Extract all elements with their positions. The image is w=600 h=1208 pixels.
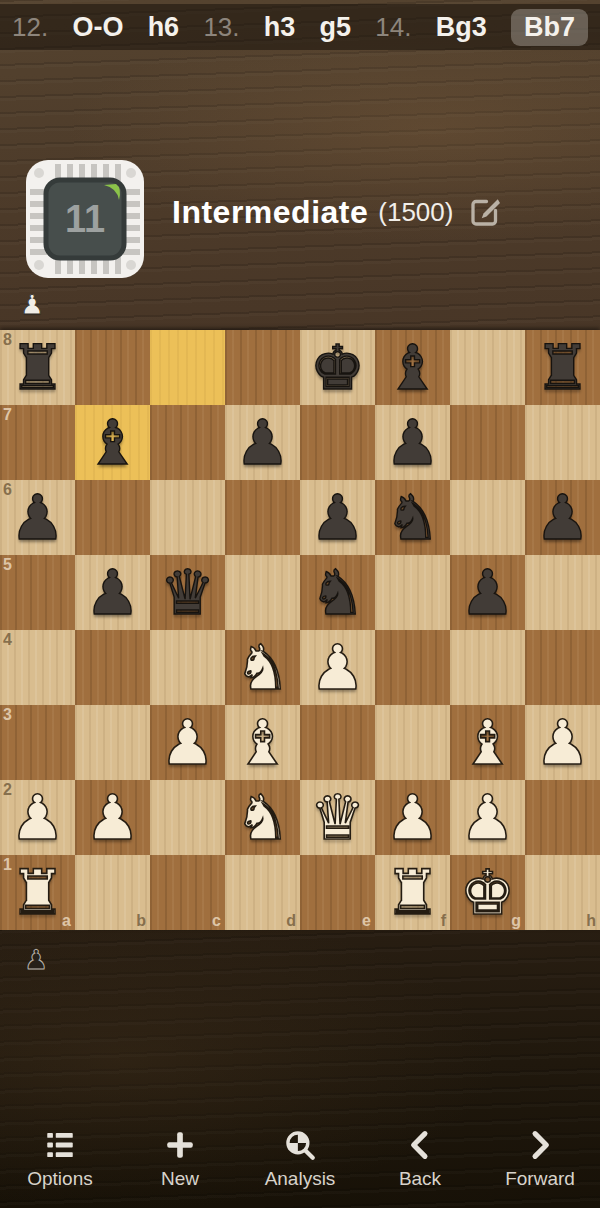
piece-wR-f1: ♜ xyxy=(375,855,450,930)
square-g5[interactable]: ♟ xyxy=(450,555,525,630)
file-label-c: c xyxy=(212,913,221,929)
piece-bP-g5: ♟ xyxy=(450,555,525,630)
current-move[interactable]: Bb7 xyxy=(511,9,588,46)
piece-bB-b7: ♝ xyxy=(75,405,150,480)
square-g3[interactable]: ♝ xyxy=(450,705,525,780)
square-e5[interactable]: ♞ xyxy=(300,555,375,630)
square-c6[interactable] xyxy=(150,480,225,555)
square-c8[interactable] xyxy=(150,330,225,405)
move-san[interactable]: g5 xyxy=(320,12,352,43)
piece-bB-f8: ♝ xyxy=(375,330,450,405)
toolbar-label: Forward xyxy=(505,1168,575,1190)
piece-wP-c3: ♟ xyxy=(150,705,225,780)
square-g6[interactable] xyxy=(450,480,525,555)
piece-wP-g2: ♟ xyxy=(450,780,525,855)
square-h6[interactable]: ♟ xyxy=(525,480,600,555)
square-c1[interactable]: c xyxy=(150,855,225,930)
square-b5[interactable]: ♟ xyxy=(75,555,150,630)
piece-bQ-c5: ♛ xyxy=(150,555,225,630)
plus-icon xyxy=(163,1128,197,1162)
square-b6[interactable] xyxy=(75,480,150,555)
move-san[interactable]: O-O xyxy=(72,12,123,43)
square-e3[interactable] xyxy=(300,705,375,780)
file-label-b: b xyxy=(136,913,146,929)
piece-bP-d7: ♟ xyxy=(225,405,300,480)
piece-bP-h6: ♟ xyxy=(525,480,600,555)
bot-level: 11 xyxy=(65,198,105,240)
square-e2[interactable]: ♛ xyxy=(300,780,375,855)
options-button[interactable]: Options xyxy=(0,1120,120,1208)
square-e4[interactable]: ♟ xyxy=(300,630,375,705)
back-button[interactable]: Back xyxy=(360,1120,480,1208)
square-f2[interactable]: ♟ xyxy=(375,780,450,855)
square-a2[interactable]: 2♟ xyxy=(0,780,75,855)
square-g4[interactable] xyxy=(450,630,525,705)
piece-bR-h8: ♜ xyxy=(525,330,600,405)
analysis-magnifier-icon xyxy=(283,1128,317,1162)
move-list-bar: 12.O-Oh613.h3g514.Bg3Bb7 xyxy=(0,4,600,50)
file-label-e: e xyxy=(362,913,371,929)
piece-wR-a1: ♜ xyxy=(0,855,75,930)
square-b4[interactable] xyxy=(75,630,150,705)
piece-wN-d4: ♞ xyxy=(225,630,300,705)
rank-label-3: 3 xyxy=(3,707,12,723)
piece-wP-b2: ♟ xyxy=(75,780,150,855)
rank-label-5: 5 xyxy=(3,557,12,573)
piece-bK-e8: ♚ xyxy=(300,330,375,405)
square-e7[interactable] xyxy=(300,405,375,480)
cpu-chip-icon[interactable]: 11 xyxy=(24,158,146,280)
square-a4[interactable]: 4 xyxy=(0,630,75,705)
square-h7[interactable] xyxy=(525,405,600,480)
rank-label-4: 4 xyxy=(3,632,12,648)
square-b7[interactable]: ♝ xyxy=(75,405,150,480)
square-a1[interactable]: 1a♜ xyxy=(0,855,75,930)
square-h3[interactable]: ♟ xyxy=(525,705,600,780)
piece-wP-e4: ♟ xyxy=(300,630,375,705)
square-b8[interactable] xyxy=(75,330,150,405)
piece-bP-b5: ♟ xyxy=(75,555,150,630)
file-label-h: h xyxy=(586,913,596,929)
square-h4[interactable] xyxy=(525,630,600,705)
square-h2[interactable] xyxy=(525,780,600,855)
captured-piece-indicator-top: ♟ xyxy=(20,291,44,318)
piece-wN-d2: ♞ xyxy=(225,780,300,855)
square-h8[interactable]: ♜ xyxy=(525,330,600,405)
opponent-info: 11 Intermediate (1500) xyxy=(24,158,503,280)
chevron-left-icon xyxy=(403,1128,437,1162)
square-d5[interactable] xyxy=(225,555,300,630)
piece-bP-e6: ♟ xyxy=(300,480,375,555)
square-d2[interactable]: ♞ xyxy=(225,780,300,855)
piece-wK-g1: ♚ xyxy=(450,855,525,930)
square-g2[interactable]: ♟ xyxy=(450,780,525,855)
square-c5[interactable]: ♛ xyxy=(150,555,225,630)
square-a3[interactable]: 3 xyxy=(0,705,75,780)
square-e8[interactable]: ♚ xyxy=(300,330,375,405)
square-d3[interactable]: ♝ xyxy=(225,705,300,780)
move-san[interactable]: h6 xyxy=(148,12,180,43)
piece-bR-a8: ♜ xyxy=(0,330,75,405)
piece-wP-a2: ♟ xyxy=(0,780,75,855)
captured-piece-indicator-bottom: ♟ xyxy=(24,946,48,973)
square-d6[interactable] xyxy=(225,480,300,555)
bottom-toolbar: OptionsNewAnalysisBackForward xyxy=(0,1120,600,1208)
square-d8[interactable] xyxy=(225,330,300,405)
square-g1[interactable]: g♚ xyxy=(450,855,525,930)
file-label-d: d xyxy=(286,913,296,929)
analysis-button[interactable]: Analysis xyxy=(240,1120,360,1208)
square-c7[interactable] xyxy=(150,405,225,480)
square-a5[interactable]: 5 xyxy=(0,555,75,630)
list-icon xyxy=(43,1128,77,1162)
square-f3[interactable] xyxy=(375,705,450,780)
square-g8[interactable] xyxy=(450,330,525,405)
square-f8[interactable]: ♝ xyxy=(375,330,450,405)
square-h5[interactable] xyxy=(525,555,600,630)
opponent-name: Intermediate xyxy=(172,194,368,231)
square-b1[interactable]: b xyxy=(75,855,150,930)
piece-bN-f6: ♞ xyxy=(375,480,450,555)
opponent-rating: (1500) xyxy=(378,197,453,228)
square-f5[interactable] xyxy=(375,555,450,630)
square-f7[interactable]: ♟ xyxy=(375,405,450,480)
move-san[interactable]: h3 xyxy=(264,12,296,43)
piece-bN-e5: ♞ xyxy=(300,555,375,630)
square-d7[interactable]: ♟ xyxy=(225,405,300,480)
square-e6[interactable]: ♟ xyxy=(300,480,375,555)
rank-label-7: 7 xyxy=(3,407,12,423)
move-number: 12. xyxy=(12,12,48,43)
square-d4[interactable]: ♞ xyxy=(225,630,300,705)
square-d1[interactable]: d xyxy=(225,855,300,930)
piece-bP-f7: ♟ xyxy=(375,405,450,480)
move-number: 13. xyxy=(203,12,239,43)
piece-wP-f2: ♟ xyxy=(375,780,450,855)
chess-board: 8♜♚♝♜7♝♟♟6♟♟♞♟5♟♛♞♟4♞♟3♟♝♝♟2♟♟♞♛♟♟1a♜bcd… xyxy=(0,330,600,930)
edit-pencil-icon[interactable] xyxy=(467,194,503,230)
square-e1[interactable]: e xyxy=(300,855,375,930)
square-g7[interactable] xyxy=(450,405,525,480)
square-b3[interactable] xyxy=(75,705,150,780)
forward-button[interactable]: Forward xyxy=(480,1120,600,1208)
square-f1[interactable]: f♜ xyxy=(375,855,450,930)
square-c4[interactable] xyxy=(150,630,225,705)
chevron-right-icon xyxy=(523,1128,557,1162)
move-san[interactable]: Bg3 xyxy=(436,12,487,43)
move-number: 14. xyxy=(375,12,411,43)
toolbar-label: Options xyxy=(27,1168,92,1190)
toolbar-label: Back xyxy=(399,1168,441,1190)
square-a8[interactable]: 8♜ xyxy=(0,330,75,405)
square-f6[interactable]: ♞ xyxy=(375,480,450,555)
square-h1[interactable]: h xyxy=(525,855,600,930)
piece-wB-d3: ♝ xyxy=(225,705,300,780)
piece-wB-g3: ♝ xyxy=(450,705,525,780)
square-f4[interactable] xyxy=(375,630,450,705)
square-c2[interactable] xyxy=(150,780,225,855)
square-b2[interactable]: ♟ xyxy=(75,780,150,855)
square-a6[interactable]: 6♟ xyxy=(0,480,75,555)
toolbar-label: New xyxy=(161,1168,199,1190)
square-a7[interactable]: 7 xyxy=(0,405,75,480)
square-c3[interactable]: ♟ xyxy=(150,705,225,780)
new-button[interactable]: New xyxy=(120,1120,240,1208)
piece-bP-a6: ♟ xyxy=(0,480,75,555)
toolbar-label: Analysis xyxy=(265,1168,336,1190)
piece-wP-h3: ♟ xyxy=(525,705,600,780)
piece-wQ-e2: ♛ xyxy=(300,780,375,855)
